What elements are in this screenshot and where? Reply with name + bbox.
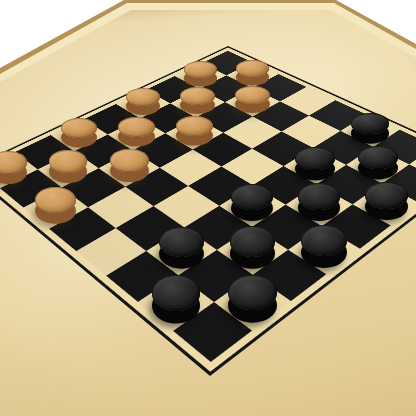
checker-piece-dark[interactable] — [301, 225, 347, 256]
checker-piece-light[interactable] — [35, 187, 76, 213]
checker-piece-dark[interactable] — [351, 113, 389, 134]
checker-piece-dark[interactable] — [298, 183, 341, 210]
checker-piece-dark[interactable] — [358, 146, 398, 169]
checker-piece-dark[interactable] — [295, 147, 335, 170]
checker-piece-dark[interactable] — [152, 275, 201, 310]
checker-piece-light[interactable] — [118, 117, 155, 137]
scene — [0, 0, 416, 416]
checker-piece-dark[interactable] — [365, 182, 408, 209]
checker-piece-dark[interactable] — [159, 227, 204, 257]
checker-piece-dark[interactable] — [228, 275, 277, 311]
checker-piece-light[interactable] — [110, 149, 149, 172]
checker-piece-light[interactable] — [184, 61, 217, 77]
checker-piece-light[interactable] — [236, 60, 269, 76]
checker-piece-light[interactable] — [176, 116, 213, 136]
checker-piece-dark[interactable] — [230, 226, 275, 257]
